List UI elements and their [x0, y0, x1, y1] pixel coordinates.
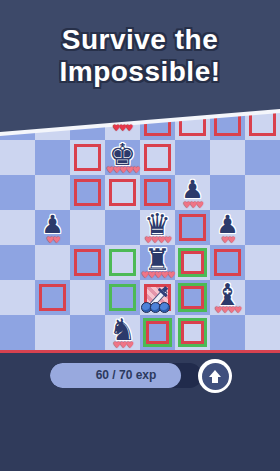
piece-health-hearts: ♥♥	[35, 236, 70, 245]
cell-r4c7[interactable]	[245, 245, 280, 280]
hidden-piece-hearts: ♥♥♥	[106, 124, 138, 133]
cell-r6c1[interactable]	[35, 315, 70, 350]
cell-r5c1[interactable]	[35, 280, 70, 315]
red-target-mark	[144, 144, 171, 171]
cell-r3c2[interactable]	[70, 210, 105, 245]
page-title: Survive the Impossible!	[0, 24, 280, 88]
level-up-button[interactable]	[198, 359, 232, 393]
cell-r1c4[interactable]	[140, 140, 175, 175]
red-target-mark	[109, 179, 136, 206]
red-target-mark	[74, 144, 101, 171]
cell-r3c5[interactable]	[175, 210, 210, 245]
cell-r6c3[interactable]: ♞♥♥♥	[105, 315, 140, 350]
piece-health-hearts: ♥♥♥♥♥	[140, 271, 175, 280]
cell-r1c2[interactable]	[70, 140, 105, 175]
exp-progress-bar: 60 / 70 exp	[50, 363, 202, 388]
cell-r3c0[interactable]	[0, 210, 35, 245]
cell-r2c5[interactable]: ♟♥♥♥	[175, 175, 210, 210]
cell-r5c5[interactable]	[175, 280, 210, 315]
cell-r4c2[interactable]	[70, 245, 105, 280]
piece-health-hearts: ♥♥♥♥	[210, 306, 245, 315]
piece-health-hearts: ♥♥♥	[105, 341, 140, 350]
cell-r1c7[interactable]	[245, 140, 280, 175]
cell-r1c0[interactable]	[0, 140, 35, 175]
cell-r2c0[interactable]	[0, 175, 35, 210]
green-move-mark	[109, 249, 136, 276]
cell-r2c4[interactable]	[140, 175, 175, 210]
red-target-mark	[179, 214, 206, 241]
cell-r3c6[interactable]: ♟♥♥	[210, 210, 245, 245]
cell-r2c2[interactable]	[70, 175, 105, 210]
cell-r6c7[interactable]	[245, 315, 280, 350]
game-board: ♚♥♥♥♥♥♟♥♥♥♟♥♥♛♥♥♥♥♟♥♥♜♥♥♥♥♥♝♥♥♥♥♞♥♥♥	[0, 105, 280, 350]
title-line-2: Impossible!	[0, 56, 280, 88]
cell-r2c6[interactable]	[210, 175, 245, 210]
cell-r5c2[interactable]	[70, 280, 105, 315]
piece-health-hearts: ♥♥♥♥	[140, 236, 175, 245]
cell-r1c6[interactable]	[210, 140, 245, 175]
cell-r6c6[interactable]	[210, 315, 245, 350]
cell-r2c7[interactable]	[245, 175, 280, 210]
red-target-mark	[144, 179, 171, 206]
cell-r1c1[interactable]	[35, 140, 70, 175]
cell-r4c6[interactable]	[210, 245, 245, 280]
exp-label: 60 / 70 exp	[50, 363, 202, 388]
cell-r5c0[interactable]	[0, 280, 35, 315]
cell-r4c5[interactable]	[175, 245, 210, 280]
up-arrow-stem	[212, 377, 218, 383]
cell-r4c4[interactable]: ♜♥♥♥♥♥	[140, 245, 175, 280]
cell-r3c4[interactable]: ♛♥♥♥♥	[140, 210, 175, 245]
cell-r3c1[interactable]: ♟♥♥	[35, 210, 70, 245]
cell-r4c1[interactable]	[35, 245, 70, 280]
cell-r2c1[interactable]	[35, 175, 70, 210]
cell-r5c4[interactable]	[140, 280, 175, 315]
cell-r6c2[interactable]	[70, 315, 105, 350]
blue-orbs-icon	[141, 302, 168, 313]
cell-r4c0[interactable]	[0, 245, 35, 280]
title-line-1: Survive the	[0, 24, 280, 56]
red-target-mark	[74, 179, 101, 206]
green-red-double-mark	[178, 318, 207, 347]
cell-r5c3[interactable]	[105, 280, 140, 315]
piece-health-hearts: ♥♥	[210, 236, 245, 245]
cell-r6c4[interactable]	[140, 315, 175, 350]
up-arrow-icon	[202, 363, 229, 390]
red-target-mark	[74, 249, 101, 276]
green-red-double-mark	[178, 248, 207, 277]
cell-r6c5[interactable]	[175, 315, 210, 350]
cell-r6c0[interactable]	[0, 315, 35, 350]
green-red-double-mark	[178, 283, 207, 312]
red-target-mark	[214, 249, 241, 276]
bottom-bar: 60 / 70 exp 彩虹下载 www.7hon.com	[0, 353, 280, 471]
cell-r1c5[interactable]	[175, 140, 210, 175]
piece-health-hearts: ♥♥♥	[175, 201, 210, 210]
cell-r1c3[interactable]: ♚♥♥♥♥♥	[105, 140, 140, 175]
cell-r5c6[interactable]: ♝♥♥♥♥	[210, 280, 245, 315]
green-move-mark	[109, 284, 136, 311]
cell-r2c3[interactable]	[105, 175, 140, 210]
red-target-mark	[39, 284, 66, 311]
cell-r3c3[interactable]	[105, 210, 140, 245]
up-arrow-head	[209, 370, 221, 377]
piece-health-hearts: ♥♥♥♥♥	[105, 166, 140, 175]
cell-r3c7[interactable]	[245, 210, 280, 245]
cell-r4c3[interactable]	[105, 245, 140, 280]
green-red-double-mark	[143, 318, 172, 347]
cell-r5c7[interactable]	[245, 280, 280, 315]
